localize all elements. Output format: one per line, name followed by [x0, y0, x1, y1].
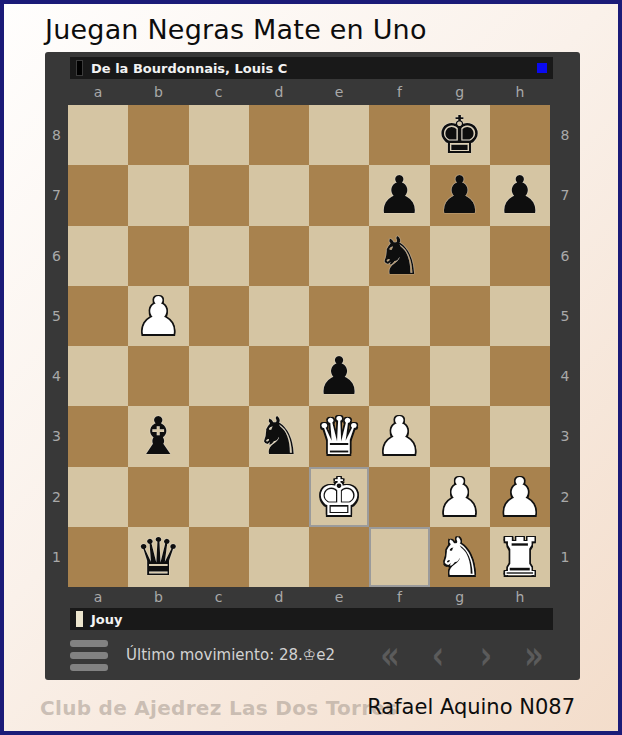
square-a2[interactable]	[68, 467, 128, 527]
square-c8[interactable]	[189, 105, 249, 165]
file-labels-top: abcdefgh	[68, 79, 550, 105]
square-d8[interactable]	[249, 105, 309, 165]
white-rook[interactable]: ♜	[497, 531, 544, 583]
square-d5[interactable]	[249, 286, 309, 346]
black-knight[interactable]: ♞	[256, 410, 303, 462]
square-f5[interactable]	[369, 286, 429, 346]
rank-label-6: 6	[550, 226, 580, 286]
square-b8[interactable]	[128, 105, 188, 165]
square-g8[interactable]: ♚	[430, 105, 490, 165]
square-c3[interactable]	[189, 406, 249, 466]
square-c5[interactable]	[189, 286, 249, 346]
white-knight[interactable]: ♞	[436, 531, 483, 583]
square-b7[interactable]	[128, 165, 188, 225]
rank-labels-left: 87654321	[45, 105, 68, 587]
page: Juegan Negras Mate en Uno De la Bourdonn…	[0, 0, 622, 735]
square-a7[interactable]	[68, 165, 128, 225]
square-e7[interactable]	[309, 165, 369, 225]
file-label-c: c	[189, 79, 249, 105]
rank-label-7: 7	[550, 165, 580, 225]
square-b1[interactable]: ♛	[128, 527, 188, 587]
chess-board: ♚♟♟♟♞♟♟♝♞♛♟♚♟♟♛♞♜	[68, 105, 550, 587]
square-d1[interactable]	[249, 527, 309, 587]
square-f2[interactable]	[369, 467, 429, 527]
square-h8[interactable]	[490, 105, 550, 165]
square-c2[interactable]	[189, 467, 249, 527]
rank-label-8: 8	[45, 105, 68, 165]
file-label-h: h	[490, 587, 550, 608]
nav-prev-button[interactable]: ‹	[419, 628, 457, 682]
last-move-label: Último movimiento: 28.♔e2	[126, 646, 335, 664]
nav-first-button[interactable]: «	[371, 628, 409, 682]
square-c4[interactable]	[189, 346, 249, 406]
rank-label-1: 1	[45, 527, 68, 587]
square-a6[interactable]	[68, 226, 128, 286]
square-b2[interactable]	[128, 467, 188, 527]
square-c1[interactable]	[189, 527, 249, 587]
file-label-a: a	[68, 79, 128, 105]
file-label-g: g	[430, 79, 490, 105]
square-e4[interactable]: ♟	[309, 346, 369, 406]
square-h3[interactable]	[490, 406, 550, 466]
square-h5[interactable]	[490, 286, 550, 346]
player-bar-white: Jouy	[70, 608, 553, 630]
square-a4[interactable]	[68, 346, 128, 406]
rank-label-3: 3	[550, 406, 580, 466]
square-h4[interactable]	[490, 346, 550, 406]
file-label-b: b	[128, 79, 188, 105]
rank-label-4: 4	[45, 346, 68, 406]
square-g3[interactable]	[430, 406, 490, 466]
white-side-indicator-icon	[76, 611, 83, 627]
player-bar-black: De la Bourdonnais, Louis C	[70, 57, 553, 79]
square-g4[interactable]	[430, 346, 490, 406]
white-pawn[interactable]: ♟	[135, 290, 182, 342]
file-label-e: e	[309, 587, 369, 608]
black-pawn[interactable]: ♟	[436, 169, 483, 221]
square-d3[interactable]: ♞	[249, 406, 309, 466]
file-label-h: h	[490, 79, 550, 105]
white-queen[interactable]: ♛	[316, 410, 363, 462]
controls-bar: Último movimiento: 28.♔e2 « ‹ › »	[70, 632, 553, 678]
black-pawn[interactable]: ♟	[497, 169, 544, 221]
menu-icon[interactable]	[70, 640, 108, 671]
file-label-d: d	[249, 587, 309, 608]
square-h1[interactable]: ♜	[490, 527, 550, 587]
rank-label-2: 2	[45, 467, 68, 527]
file-label-f: f	[369, 587, 429, 608]
black-queen[interactable]: ♛	[135, 531, 182, 583]
file-label-e: e	[309, 79, 369, 105]
club-watermark: Club de Ajedrez Las Dos Torres	[40, 696, 397, 720]
file-label-b: b	[128, 587, 188, 608]
rank-label-4: 4	[550, 346, 580, 406]
rank-labels-right: 87654321	[550, 105, 580, 587]
square-a5[interactable]	[68, 286, 128, 346]
rank-label-7: 7	[45, 165, 68, 225]
square-f1[interactable]	[369, 527, 429, 587]
rank-label-6: 6	[45, 226, 68, 286]
square-e2[interactable]: ♚	[309, 467, 369, 527]
square-c6[interactable]	[189, 226, 249, 286]
square-h6[interactable]	[490, 226, 550, 286]
square-g7[interactable]: ♟	[430, 165, 490, 225]
square-f7[interactable]: ♟	[369, 165, 429, 225]
black-knight[interactable]: ♞	[376, 230, 423, 282]
white-king[interactable]: ♚	[316, 471, 363, 523]
square-d2[interactable]	[249, 467, 309, 527]
player-name-white: Jouy	[91, 612, 123, 627]
square-g1[interactable]: ♞	[430, 527, 490, 587]
rank-label-1: 1	[550, 527, 580, 587]
nav-next-button[interactable]: ›	[467, 628, 505, 682]
square-a1[interactable]	[68, 527, 128, 587]
square-b6[interactable]	[128, 226, 188, 286]
white-pawn[interactable]: ♟	[497, 471, 544, 523]
page-title: Juegan Negras Mate en Uno	[45, 14, 427, 45]
turn-indicator-icon	[537, 63, 547, 73]
square-g2[interactable]: ♟	[430, 467, 490, 527]
author-label: Rafael Aquino N087	[367, 695, 575, 719]
square-b5[interactable]: ♟	[128, 286, 188, 346]
black-pawn[interactable]: ♟	[376, 169, 423, 221]
square-e3[interactable]: ♛	[309, 406, 369, 466]
square-e1[interactable]	[309, 527, 369, 587]
square-f4[interactable]	[369, 346, 429, 406]
square-d4[interactable]	[249, 346, 309, 406]
square-f8[interactable]	[369, 105, 429, 165]
file-labels-bottom: abcdefgh	[68, 587, 550, 608]
file-label-g: g	[430, 587, 490, 608]
file-label-f: f	[369, 79, 429, 105]
black-bishop[interactable]: ♝	[135, 410, 182, 462]
square-g6[interactable]	[430, 226, 490, 286]
file-label-a: a	[68, 587, 128, 608]
square-c7[interactable]	[189, 165, 249, 225]
white-pawn[interactable]: ♟	[376, 410, 423, 462]
square-e6[interactable]	[309, 226, 369, 286]
file-label-c: c	[189, 587, 249, 608]
rank-label-8: 8	[550, 105, 580, 165]
square-b4[interactable]	[128, 346, 188, 406]
file-label-d: d	[249, 79, 309, 105]
square-d6[interactable]	[249, 226, 309, 286]
rank-label-2: 2	[550, 467, 580, 527]
square-a8[interactable]	[68, 105, 128, 165]
square-e8[interactable]	[309, 105, 369, 165]
rank-label-5: 5	[550, 286, 580, 346]
black-side-indicator-icon	[76, 60, 83, 76]
chess-widget: De la Bourdonnais, Louis C abcdefgh 8765…	[45, 52, 580, 680]
square-d7[interactable]	[249, 165, 309, 225]
nav-last-button[interactable]: »	[515, 628, 553, 682]
square-f3[interactable]: ♟	[369, 406, 429, 466]
rank-label-3: 3	[45, 406, 68, 466]
square-f6[interactable]: ♞	[369, 226, 429, 286]
white-pawn[interactable]: ♟	[436, 471, 483, 523]
square-a3[interactable]	[68, 406, 128, 466]
square-e5[interactable]	[309, 286, 369, 346]
black-pawn[interactable]: ♟	[316, 350, 363, 402]
rank-label-5: 5	[45, 286, 68, 346]
square-g5[interactable]	[430, 286, 490, 346]
move-navigation: « ‹ › »	[371, 635, 553, 675]
black-king[interactable]: ♚	[436, 109, 483, 161]
square-b3[interactable]: ♝	[128, 406, 188, 466]
player-name-black: De la Bourdonnais, Louis C	[91, 61, 287, 76]
square-h2[interactable]: ♟	[490, 467, 550, 527]
square-h7[interactable]: ♟	[490, 165, 550, 225]
